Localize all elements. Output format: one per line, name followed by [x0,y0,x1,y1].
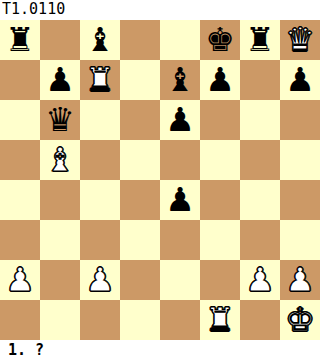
square-h3[interactable] [280,220,320,260]
square-d2[interactable] [120,260,160,300]
white-queen-piece: ♛ [285,20,315,60]
square-g3[interactable] [240,220,280,260]
white-bishop-piece: ♝ [45,140,75,180]
square-d7[interactable] [120,60,160,100]
square-d5[interactable] [120,140,160,180]
black-pawn-piece: ♟ [165,180,195,220]
square-f4[interactable] [200,180,240,220]
white-pawn-piece: ♟ [85,260,115,300]
square-h5[interactable] [280,140,320,180]
square-b4[interactable] [40,180,80,220]
black-pawn-piece: ♟ [45,60,75,100]
square-e3[interactable] [160,220,200,260]
square-b5[interactable]: ♝ [40,140,80,180]
square-g6[interactable] [240,100,280,140]
square-b1[interactable] [40,300,80,340]
square-e4[interactable]: ♟ [160,180,200,220]
square-c2[interactable]: ♟ [80,260,120,300]
square-f6[interactable] [200,100,240,140]
black-pawn-piece: ♟ [205,60,235,100]
white-king-piece: ♚ [285,300,315,340]
square-c3[interactable] [80,220,120,260]
square-d6[interactable] [120,100,160,140]
square-h1[interactable]: ♚ [280,300,320,340]
move-prompt: 1. ? [0,340,320,360]
square-c1[interactable] [80,300,120,340]
square-e5[interactable] [160,140,200,180]
black-rook-piece: ♜ [5,20,35,60]
square-b2[interactable] [40,260,80,300]
white-pawn-piece: ♟ [285,260,315,300]
square-c8[interactable]: ♝ [80,20,120,60]
black-pawn-piece: ♟ [165,100,195,140]
square-f8[interactable]: ♚ [200,20,240,60]
square-g7[interactable] [240,60,280,100]
square-a1[interactable] [0,300,40,340]
square-h6[interactable] [280,100,320,140]
square-a6[interactable] [0,100,40,140]
square-g2[interactable]: ♟ [240,260,280,300]
square-c6[interactable] [80,100,120,140]
black-pawn-piece: ♟ [285,60,315,100]
square-a8[interactable]: ♜ [0,20,40,60]
black-bishop-piece: ♝ [165,60,195,100]
square-f1[interactable]: ♜ [200,300,240,340]
square-c7[interactable]: ♜ [80,60,120,100]
square-g1[interactable] [240,300,280,340]
black-king-piece: ♚ [205,20,235,60]
square-g5[interactable] [240,140,280,180]
square-e7[interactable]: ♝ [160,60,200,100]
square-a7[interactable] [0,60,40,100]
square-e6[interactable]: ♟ [160,100,200,140]
square-a4[interactable] [0,180,40,220]
square-d3[interactable] [120,220,160,260]
white-rook-piece: ♜ [85,60,115,100]
puzzle-title: T1.0110 [0,0,320,20]
square-c4[interactable] [80,180,120,220]
square-g4[interactable] [240,180,280,220]
square-d8[interactable] [120,20,160,60]
square-h4[interactable] [280,180,320,220]
white-pawn-piece: ♟ [5,260,35,300]
square-f5[interactable] [200,140,240,180]
square-b6[interactable]: ♛ [40,100,80,140]
square-e1[interactable] [160,300,200,340]
square-e2[interactable] [160,260,200,300]
black-rook-piece: ♜ [245,20,275,60]
chess-board: ♜♝♚♜♛♟♜♝♟♟♛♟♝♟♟♟♟♟♜♚ [0,20,320,340]
square-h7[interactable]: ♟ [280,60,320,100]
square-b3[interactable] [40,220,80,260]
black-bishop-piece: ♝ [85,20,115,60]
square-d4[interactable] [120,180,160,220]
square-a5[interactable] [0,140,40,180]
square-e8[interactable] [160,20,200,60]
square-f2[interactable] [200,260,240,300]
square-g8[interactable]: ♜ [240,20,280,60]
square-h2[interactable]: ♟ [280,260,320,300]
black-queen-piece: ♛ [45,100,75,140]
square-a3[interactable] [0,220,40,260]
square-d1[interactable] [120,300,160,340]
square-a2[interactable]: ♟ [0,260,40,300]
white-rook-piece: ♜ [205,300,235,340]
white-pawn-piece: ♟ [245,260,275,300]
square-f7[interactable]: ♟ [200,60,240,100]
square-f3[interactable] [200,220,240,260]
square-b7[interactable]: ♟ [40,60,80,100]
square-c5[interactable] [80,140,120,180]
square-h8[interactable]: ♛ [280,20,320,60]
square-b8[interactable] [40,20,80,60]
